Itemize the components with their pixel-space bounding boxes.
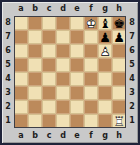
square-d1[interactable]	[56, 114, 70, 128]
piece-black-king: ♚	[112, 16, 126, 30]
file-label-top-b: b	[28, 2, 42, 16]
square-f6[interactable]	[84, 44, 98, 58]
file-label-top-f: f	[84, 2, 98, 16]
piece-white-rook: ♖	[112, 114, 126, 128]
square-b8[interactable]	[28, 16, 42, 30]
square-a8[interactable]	[14, 16, 28, 30]
file-label-top-e: e	[70, 2, 84, 16]
square-c8[interactable]	[42, 16, 56, 30]
square-h6[interactable]	[112, 44, 126, 58]
square-e1[interactable]	[70, 114, 84, 128]
square-e3[interactable]	[70, 86, 84, 100]
square-e5[interactable]	[70, 58, 84, 72]
square-h7[interactable]: ♟	[112, 30, 126, 44]
square-d8[interactable]	[56, 16, 70, 30]
piece-black-bishop: ♝	[98, 16, 112, 30]
file-label-top-h: h	[112, 2, 126, 16]
square-f1[interactable]	[84, 114, 98, 128]
file-label-bottom-a: a	[14, 128, 28, 143]
square-b5[interactable]	[28, 58, 42, 72]
square-d3[interactable]	[56, 86, 70, 100]
piece-white-king: ♔	[84, 16, 98, 30]
rank-label-right-5: 5	[126, 58, 138, 72]
square-a7[interactable]	[14, 30, 28, 44]
square-e2[interactable]	[70, 100, 84, 114]
rank-label-right-4: 4	[126, 72, 138, 86]
rank-label-left-7: 7	[2, 30, 14, 44]
square-b1[interactable]	[28, 114, 42, 128]
rank-label-left-8: 8	[2, 16, 14, 30]
rank-label-right-1: 1	[126, 114, 138, 128]
file-label-top-d: d	[56, 2, 70, 16]
file-label-bottom-b: b	[28, 128, 42, 143]
square-c6[interactable]	[42, 44, 56, 58]
rank-label-right-6: 6	[126, 44, 138, 58]
square-f8[interactable]: ♚♔	[84, 16, 98, 30]
square-g2[interactable]	[98, 100, 112, 114]
square-d6[interactable]	[56, 44, 70, 58]
rank-label-right-8: 8	[126, 16, 138, 30]
square-h2[interactable]	[112, 100, 126, 114]
rank-label-left-3: 3	[2, 86, 14, 100]
chess-board-widget: aabbccddeeffgghh8877665544332211♚♔♝♚♟♟♟♙…	[0, 0, 140, 145]
square-a1[interactable]	[14, 114, 28, 128]
square-d7[interactable]	[56, 30, 70, 44]
file-label-top-a: a	[14, 2, 28, 16]
square-g5[interactable]	[98, 58, 112, 72]
square-g7[interactable]: ♟	[98, 30, 112, 44]
file-label-bottom-e: e	[70, 128, 84, 143]
square-b4[interactable]	[28, 72, 42, 86]
piece-black-pawn: ♟	[112, 30, 126, 44]
piece-black-pawn: ♟	[98, 30, 112, 44]
square-b3[interactable]	[28, 86, 42, 100]
square-d4[interactable]	[56, 72, 70, 86]
piece-white-pawn: ♙	[98, 44, 112, 58]
square-e6[interactable]	[70, 44, 84, 58]
rank-label-right-2: 2	[126, 100, 138, 114]
file-label-bottom-d: d	[56, 128, 70, 143]
square-g6[interactable]: ♟♙	[98, 44, 112, 58]
rank-label-left-6: 6	[2, 44, 14, 58]
square-f5[interactable]	[84, 58, 98, 72]
square-e7[interactable]	[70, 30, 84, 44]
square-a4[interactable]	[14, 72, 28, 86]
square-c5[interactable]	[42, 58, 56, 72]
square-h8[interactable]: ♚	[112, 16, 126, 30]
file-label-bottom-c: c	[42, 128, 56, 143]
rank-label-right-7: 7	[126, 30, 138, 44]
square-g4[interactable]	[98, 72, 112, 86]
rank-label-left-5: 5	[2, 58, 14, 72]
square-c1[interactable]	[42, 114, 56, 128]
square-d5[interactable]	[56, 58, 70, 72]
square-a5[interactable]	[14, 58, 28, 72]
rank-label-right-3: 3	[126, 86, 138, 100]
square-h3[interactable]	[112, 86, 126, 100]
square-b7[interactable]	[28, 30, 42, 44]
square-f4[interactable]	[84, 72, 98, 86]
rank-label-left-1: 1	[2, 114, 14, 128]
file-label-bottom-g: g	[98, 128, 112, 143]
square-h5[interactable]	[112, 58, 126, 72]
square-d2[interactable]	[56, 100, 70, 114]
square-g3[interactable]	[98, 86, 112, 100]
file-label-bottom-h: h	[112, 128, 126, 143]
square-a2[interactable]	[14, 100, 28, 114]
file-label-bottom-f: f	[84, 128, 98, 143]
rank-label-left-2: 2	[2, 100, 14, 114]
square-e8[interactable]	[70, 16, 84, 30]
square-a6[interactable]	[14, 44, 28, 58]
rank-label-left-4: 4	[2, 72, 14, 86]
square-a3[interactable]	[14, 86, 28, 100]
square-h4[interactable]	[112, 72, 126, 86]
square-e4[interactable]	[70, 72, 84, 86]
square-f2[interactable]	[84, 100, 98, 114]
square-b6[interactable]	[28, 44, 42, 58]
square-g8[interactable]: ♝	[98, 16, 112, 30]
square-c7[interactable]	[42, 30, 56, 44]
file-label-top-c: c	[42, 2, 56, 16]
square-h1[interactable]: ♜♖	[112, 114, 126, 128]
square-c4[interactable]	[42, 72, 56, 86]
square-c3[interactable]	[42, 86, 56, 100]
square-f3[interactable]	[84, 86, 98, 100]
file-label-top-g: g	[98, 2, 112, 16]
square-c2[interactable]	[42, 100, 56, 114]
square-f7[interactable]	[84, 30, 98, 44]
square-b2[interactable]	[28, 100, 42, 114]
square-g1[interactable]	[98, 114, 112, 128]
